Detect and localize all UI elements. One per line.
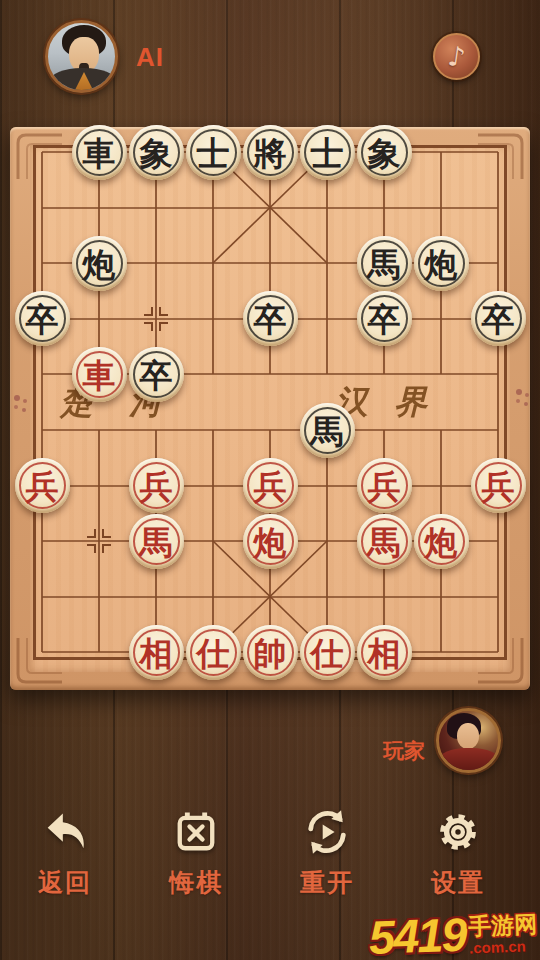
piece-red-相[interactable]: 相 <box>129 625 184 680</box>
piece-red-帥[interactable]: 帥 <box>243 625 298 680</box>
watermark-site-name: 手游网 <box>468 913 538 938</box>
restart-label: 重开 <box>279 866 375 899</box>
game-screen: AI ♪ <box>0 0 540 960</box>
settings-button[interactable]: 设置 <box>410 806 506 899</box>
piece-red-馬[interactable]: 馬 <box>357 514 412 569</box>
piece-red-炮[interactable]: 炮 <box>414 514 469 569</box>
frame-flower-ornament <box>14 395 20 401</box>
player-avatar-face <box>457 723 479 749</box>
restart-icon <box>301 806 353 858</box>
back-button[interactable]: 返回 <box>17 806 113 899</box>
point-marker <box>85 527 113 555</box>
piece-black-炮[interactable]: 炮 <box>414 236 469 291</box>
undo-move-label: 悔棋 <box>148 866 244 899</box>
piece-black-象[interactable]: 象 <box>129 125 184 180</box>
ai-avatar[interactable] <box>45 20 118 93</box>
watermark-number: 5419 <box>369 912 467 959</box>
piece-red-兵[interactable]: 兵 <box>471 458 526 513</box>
player-avatar-armor <box>439 748 499 773</box>
piece-red-仕[interactable]: 仕 <box>186 625 241 680</box>
player-avatar[interactable] <box>436 708 501 773</box>
piece-black-車[interactable]: 車 <box>72 125 127 180</box>
piece-black-卒[interactable]: 卒 <box>129 347 184 402</box>
piece-red-車[interactable]: 車 <box>72 347 127 402</box>
xiangqi-board: 楚河 汉界 車象士將士象炮馬炮卒卒卒卒車卒馬兵兵兵兵兵馬炮馬炮相仕帥仕相 <box>10 127 530 690</box>
frame-flower-ornament <box>516 389 522 395</box>
music-button[interactable]: ♪ <box>433 33 480 80</box>
settings-icon <box>432 806 484 858</box>
piece-red-兵[interactable]: 兵 <box>243 458 298 513</box>
piece-black-將[interactable]: 將 <box>243 125 298 180</box>
piece-black-卒[interactable]: 卒 <box>471 291 526 346</box>
piece-black-象[interactable]: 象 <box>357 125 412 180</box>
piece-black-馬[interactable]: 馬 <box>357 236 412 291</box>
watermark: 5419 手游网 .com.cn <box>369 910 539 959</box>
piece-red-馬[interactable]: 馬 <box>129 514 184 569</box>
piece-black-炮[interactable]: 炮 <box>72 236 127 291</box>
piece-black-卒[interactable]: 卒 <box>243 291 298 346</box>
ai-label: AI <box>136 42 164 73</box>
piece-red-相[interactable]: 相 <box>357 625 412 680</box>
piece-black-卒[interactable]: 卒 <box>357 291 412 346</box>
point-marker <box>142 305 170 333</box>
back-label: 返回 <box>17 866 113 899</box>
player-label: 玩家 <box>383 737 425 765</box>
restart-button[interactable]: 重开 <box>279 806 375 899</box>
piece-red-兵[interactable]: 兵 <box>357 458 412 513</box>
piece-red-兵[interactable]: 兵 <box>15 458 70 513</box>
back-icon <box>39 806 91 858</box>
piece-black-卒[interactable]: 卒 <box>15 291 70 346</box>
board-surface[interactable]: 楚河 汉界 車象士將士象炮馬炮卒卒卒卒車卒馬兵兵兵兵兵馬炮馬炮相仕帥仕相 <box>30 145 510 672</box>
piece-black-士[interactable]: 士 <box>186 125 241 180</box>
piece-red-炮[interactable]: 炮 <box>243 514 298 569</box>
undo-icon <box>170 806 222 858</box>
piece-black-士[interactable]: 士 <box>300 125 355 180</box>
piece-red-兵[interactable]: 兵 <box>129 458 184 513</box>
piece-black-馬[interactable]: 馬 <box>300 403 355 458</box>
watermark-domain: .com.cn <box>469 938 538 955</box>
river-label-han-jie: 汉界 <box>335 383 453 421</box>
settings-label: 设置 <box>410 866 506 899</box>
piece-red-仕[interactable]: 仕 <box>300 625 355 680</box>
music-note-icon: ♪ <box>446 40 467 73</box>
undo-move-button[interactable]: 悔棋 <box>148 806 244 899</box>
